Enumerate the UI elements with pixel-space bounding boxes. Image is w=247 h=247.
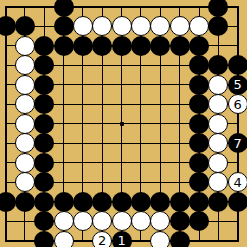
move-2-stone: 2 <box>92 231 112 247</box>
black-stone <box>150 192 170 212</box>
white-stone <box>73 211 93 231</box>
black-stone <box>131 36 151 56</box>
black-stone <box>189 114 209 134</box>
black-stone <box>34 133 54 153</box>
black-stone <box>34 211 54 231</box>
white-stone <box>208 75 228 95</box>
white-stone <box>150 211 170 231</box>
black-stone <box>73 36 93 56</box>
white-stone <box>15 172 35 192</box>
move-1-stone: 1 <box>112 231 132 247</box>
white-stone <box>15 133 35 153</box>
black-stone <box>189 94 209 114</box>
move-number-label: 2 <box>98 234 106 247</box>
black-stone <box>208 0 228 17</box>
white-stone <box>131 211 151 231</box>
black-stone <box>189 192 209 212</box>
white-stone <box>54 231 74 247</box>
white-stone <box>150 16 170 36</box>
white-stone <box>15 153 35 173</box>
white-stone <box>208 172 228 192</box>
move-number-label: 6 <box>234 98 242 111</box>
white-stone <box>170 16 190 36</box>
black-stone <box>112 192 132 212</box>
move-7-stone: 7 <box>228 133 247 153</box>
black-stone <box>92 36 112 56</box>
black-stone <box>15 16 35 36</box>
black-stone <box>34 172 54 192</box>
white-stone <box>112 211 132 231</box>
move-number-label: 7 <box>234 137 242 150</box>
move-4-stone: 4 <box>228 172 247 192</box>
black-stone <box>228 55 247 75</box>
black-stone <box>34 231 54 247</box>
white-stone <box>92 211 112 231</box>
black-stone <box>228 192 247 212</box>
black-stone <box>73 192 93 212</box>
black-stone <box>54 16 74 36</box>
black-stone <box>54 0 74 17</box>
black-stone <box>170 231 190 247</box>
star-point <box>120 122 124 126</box>
move-6-stone: 6 <box>228 94 247 114</box>
move-number-label: 5 <box>234 78 242 91</box>
white-stone <box>131 16 151 36</box>
white-stone <box>189 16 209 36</box>
black-stone <box>54 192 74 212</box>
black-stone <box>189 133 209 153</box>
black-stone <box>34 192 54 212</box>
black-stone <box>208 192 228 212</box>
white-stone <box>208 114 228 134</box>
black-stone <box>34 94 54 114</box>
black-stone <box>112 36 132 56</box>
white-stone <box>15 75 35 95</box>
white-stone <box>92 16 112 36</box>
black-stone <box>208 16 228 36</box>
black-stone <box>34 36 54 56</box>
black-stone <box>189 75 209 95</box>
black-stone <box>189 153 209 173</box>
black-stone <box>54 36 74 56</box>
black-stone <box>0 16 16 36</box>
black-stone <box>34 114 54 134</box>
black-stone <box>150 36 170 56</box>
white-stone <box>208 153 228 173</box>
go-board: 567421 <box>0 0 247 247</box>
black-stone <box>92 192 112 212</box>
black-stone <box>189 55 209 75</box>
white-stone <box>208 94 228 114</box>
white-stone <box>112 16 132 36</box>
move-number-label: 1 <box>117 234 125 247</box>
white-stone <box>15 114 35 134</box>
black-stone <box>189 211 209 231</box>
move-number-label: 4 <box>234 176 242 189</box>
white-stone <box>15 55 35 75</box>
black-stone <box>131 192 151 212</box>
white-stone <box>73 16 93 36</box>
black-stone <box>34 75 54 95</box>
black-stone <box>208 55 228 75</box>
black-stone <box>0 192 16 212</box>
white-stone <box>54 211 74 231</box>
black-stone <box>170 36 190 56</box>
black-stone <box>34 153 54 173</box>
black-stone <box>34 55 54 75</box>
black-stone <box>15 192 35 212</box>
black-stone <box>170 192 190 212</box>
white-stone <box>150 231 170 247</box>
black-stone <box>189 172 209 192</box>
move-5-stone: 5 <box>228 75 247 95</box>
black-stone <box>189 36 209 56</box>
white-stone <box>15 94 35 114</box>
white-stone <box>15 36 35 56</box>
white-stone <box>208 133 228 153</box>
black-stone <box>170 211 190 231</box>
